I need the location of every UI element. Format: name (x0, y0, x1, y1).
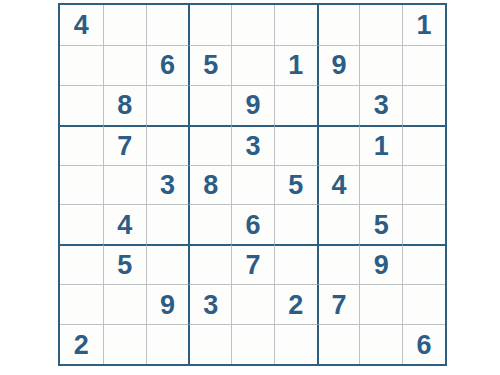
cell-r1c4[interactable] (188, 5, 231, 45)
cell-r9c8[interactable] (359, 324, 402, 364)
cell-r1c6[interactable] (274, 5, 317, 45)
cell-r3c7[interactable] (317, 85, 360, 125)
cell-r2c5[interactable] (231, 45, 274, 85)
cell-r5c4: 8 (188, 165, 231, 205)
cell-r5c1[interactable] (60, 165, 103, 205)
cell-r7c9[interactable] (402, 244, 445, 284)
cell-r8c8[interactable] (359, 284, 402, 324)
cell-r7c4[interactable] (188, 244, 231, 284)
cell-r6c6[interactable] (274, 204, 317, 244)
cell-r3c5: 9 (231, 85, 274, 125)
cell-r2c2[interactable] (103, 45, 146, 85)
cell-r4c6[interactable] (274, 125, 317, 165)
cell-r8c7: 7 (317, 284, 360, 324)
cell-r5c7: 4 (317, 165, 360, 205)
cell-r5c6: 5 (274, 165, 317, 205)
cell-r4c3[interactable] (146, 125, 189, 165)
cell-r1c1: 4 (60, 5, 103, 45)
cell-r5c5[interactable] (231, 165, 274, 205)
cell-r2c9[interactable] (402, 45, 445, 85)
cell-r8c1[interactable] (60, 284, 103, 324)
cell-r2c6: 1 (274, 45, 317, 85)
cell-r9c5[interactable] (231, 324, 274, 364)
cell-r2c8[interactable] (359, 45, 402, 85)
cell-r8c4: 3 (188, 284, 231, 324)
cell-r9c3[interactable] (146, 324, 189, 364)
cell-r7c2: 5 (103, 244, 146, 284)
cell-r8c3: 9 (146, 284, 189, 324)
cell-r4c4[interactable] (188, 125, 231, 165)
cell-r1c7[interactable] (317, 5, 360, 45)
cell-r6c5: 6 (231, 204, 274, 244)
cell-r9c9: 6 (402, 324, 445, 364)
sudoku-board: 4165198937313854465579932726 (58, 3, 447, 366)
cell-r4c1[interactable] (60, 125, 103, 165)
cell-r3c1[interactable] (60, 85, 103, 125)
cell-r1c3[interactable] (146, 5, 189, 45)
cell-r5c2[interactable] (103, 165, 146, 205)
cell-r8c6: 2 (274, 284, 317, 324)
cell-r7c8: 9 (359, 244, 402, 284)
cell-r9c2[interactable] (103, 324, 146, 364)
cell-r2c4: 5 (188, 45, 231, 85)
cell-r7c5: 7 (231, 244, 274, 284)
cell-r7c1[interactable] (60, 244, 103, 284)
cell-r1c9: 1 (402, 5, 445, 45)
cell-r3c3[interactable] (146, 85, 189, 125)
cell-r6c7[interactable] (317, 204, 360, 244)
cell-r9c1: 2 (60, 324, 103, 364)
cell-r4c2: 7 (103, 125, 146, 165)
cell-r9c6[interactable] (274, 324, 317, 364)
cell-r8c9[interactable] (402, 284, 445, 324)
cell-r4c8: 1 (359, 125, 402, 165)
cell-r5c8[interactable] (359, 165, 402, 205)
cell-r8c5[interactable] (231, 284, 274, 324)
cell-r2c1[interactable] (60, 45, 103, 85)
cell-r3c8: 3 (359, 85, 402, 125)
cell-r6c4[interactable] (188, 204, 231, 244)
cell-r3c6[interactable] (274, 85, 317, 125)
cell-r1c5[interactable] (231, 5, 274, 45)
cell-r1c8[interactable] (359, 5, 402, 45)
cell-r7c7[interactable] (317, 244, 360, 284)
cell-r3c2: 8 (103, 85, 146, 125)
cell-r4c5: 3 (231, 125, 274, 165)
cell-r9c7[interactable] (317, 324, 360, 364)
cell-r2c3: 6 (146, 45, 189, 85)
cell-r6c3[interactable] (146, 204, 189, 244)
cell-r2c7: 9 (317, 45, 360, 85)
cell-r8c2[interactable] (103, 284, 146, 324)
cell-r3c9[interactable] (402, 85, 445, 125)
cell-r4c9[interactable] (402, 125, 445, 165)
cell-r4c7[interactable] (317, 125, 360, 165)
cell-r9c4[interactable] (188, 324, 231, 364)
cell-r7c3[interactable] (146, 244, 189, 284)
cell-r6c9[interactable] (402, 204, 445, 244)
cell-r5c9[interactable] (402, 165, 445, 205)
cell-r6c2: 4 (103, 204, 146, 244)
cell-r3c4[interactable] (188, 85, 231, 125)
cell-r7c6[interactable] (274, 244, 317, 284)
cell-r5c3: 3 (146, 165, 189, 205)
cell-r6c1[interactable] (60, 204, 103, 244)
cell-r1c2[interactable] (103, 5, 146, 45)
cell-r6c8: 5 (359, 204, 402, 244)
